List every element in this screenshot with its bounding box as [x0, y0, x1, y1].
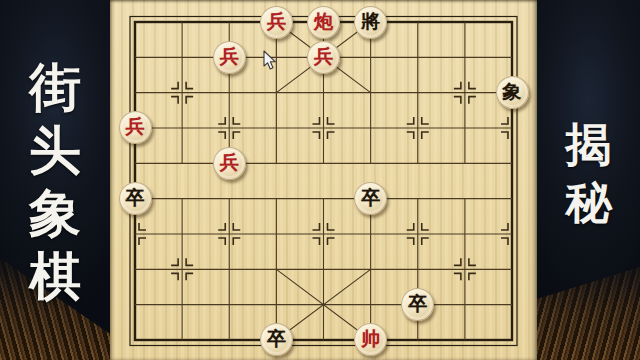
black-soldier[interactable]: 卒	[119, 182, 152, 215]
black-soldier[interactable]: 卒	[401, 288, 434, 321]
red-general[interactable]: 帅	[354, 323, 387, 356]
left-title-char: 棋	[29, 245, 81, 308]
pieces-layer: 兵炮將兵兵象兵兵卒卒卒卒帅	[110, 0, 537, 360]
left-panel: 街 头 象 棋	[0, 0, 110, 360]
piece-glyph: 兵	[267, 12, 286, 31]
piece-glyph: 兵	[220, 153, 239, 172]
right-title-char: 秘	[566, 174, 612, 232]
red-soldier[interactable]: 兵	[307, 41, 340, 74]
right-title: 揭 秘	[566, 116, 612, 232]
black-elephant[interactable]: 象	[496, 76, 529, 109]
piece-glyph: 兵	[220, 47, 239, 66]
piece-glyph: 炮	[314, 12, 333, 31]
left-title-char: 头	[29, 119, 81, 182]
black-soldier[interactable]: 卒	[260, 323, 293, 356]
left-title-char: 街	[29, 56, 81, 119]
black-general[interactable]: 將	[354, 6, 387, 39]
piece-glyph: 兵	[314, 47, 333, 66]
left-title-char: 象	[29, 182, 81, 245]
xiangqi-board[interactable]: 兵炮將兵兵象兵兵卒卒卒卒帅	[110, 0, 537, 360]
right-panel: 揭 秘	[537, 0, 640, 360]
piece-glyph: 帅	[361, 329, 380, 348]
red-soldier[interactable]: 兵	[213, 41, 246, 74]
red-soldier[interactable]: 兵	[213, 147, 246, 180]
piece-glyph: 象	[503, 82, 522, 101]
piece-glyph: 卒	[408, 294, 427, 313]
piece-glyph: 卒	[361, 188, 380, 207]
mouse-cursor-icon	[263, 50, 278, 71]
video-frame: 街 头 象 棋 兵炮將兵兵象兵兵卒卒卒卒帅 揭 秘	[0, 0, 640, 360]
red-cannon[interactable]: 炮	[307, 6, 340, 39]
black-soldier[interactable]: 卒	[354, 182, 387, 215]
wood-floor	[537, 255, 640, 360]
piece-glyph: 將	[361, 12, 380, 31]
piece-glyph: 兵	[126, 117, 145, 136]
piece-glyph: 卒	[126, 188, 145, 207]
red-soldier[interactable]: 兵	[260, 6, 293, 39]
piece-glyph: 卒	[267, 329, 286, 348]
left-title: 街 头 象 棋	[29, 56, 81, 308]
right-title-char: 揭	[566, 116, 612, 174]
red-soldier[interactable]: 兵	[119, 111, 152, 144]
